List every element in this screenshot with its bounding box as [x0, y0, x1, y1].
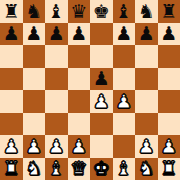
square-b5[interactable] [23, 68, 46, 91]
square-f8[interactable]: ♝ [113, 0, 136, 23]
white-knight[interactable]: ♞ [25, 159, 42, 178]
square-a5[interactable] [0, 68, 23, 91]
square-d4[interactable] [68, 90, 91, 113]
white-pawn[interactable]: ♟ [70, 137, 87, 156]
black-pawn[interactable]: ♟ [138, 24, 155, 43]
square-c1[interactable]: ♝ [45, 158, 68, 181]
square-h2[interactable]: ♟ [158, 135, 181, 158]
square-d2[interactable]: ♟ [68, 135, 91, 158]
square-c7[interactable]: ♟ [45, 23, 68, 46]
white-king[interactable]: ♚ [93, 159, 110, 178]
square-g1[interactable]: ♞ [135, 158, 158, 181]
black-pawn[interactable]: ♟ [70, 24, 87, 43]
white-pawn[interactable]: ♟ [93, 92, 110, 111]
square-d1[interactable]: ♛ [68, 158, 91, 181]
square-h6[interactable] [158, 45, 181, 68]
square-f7[interactable]: ♟ [113, 23, 136, 46]
square-d7[interactable]: ♟ [68, 23, 91, 46]
square-g6[interactable] [135, 45, 158, 68]
black-knight[interactable]: ♞ [138, 2, 155, 21]
square-d5[interactable] [68, 68, 91, 91]
square-a4[interactable] [0, 90, 23, 113]
square-d3[interactable] [68, 113, 91, 136]
square-b8[interactable]: ♞ [23, 0, 46, 23]
square-a3[interactable] [0, 113, 23, 136]
square-c4[interactable] [45, 90, 68, 113]
square-h8[interactable]: ♜ [158, 0, 181, 23]
white-pawn[interactable]: ♟ [138, 137, 155, 156]
square-b2[interactable]: ♟ [23, 135, 46, 158]
white-pawn[interactable]: ♟ [3, 137, 20, 156]
square-g7[interactable]: ♟ [135, 23, 158, 46]
square-f1[interactable]: ♝ [113, 158, 136, 181]
square-a8[interactable]: ♜ [0, 0, 23, 23]
square-b4[interactable] [23, 90, 46, 113]
white-knight[interactable]: ♞ [138, 159, 155, 178]
square-b6[interactable] [23, 45, 46, 68]
black-bishop[interactable]: ♝ [48, 2, 65, 21]
black-knight[interactable]: ♞ [25, 2, 42, 21]
black-pawn[interactable]: ♟ [93, 69, 110, 88]
square-h7[interactable]: ♟ [158, 23, 181, 46]
square-h4[interactable] [158, 90, 181, 113]
black-bishop[interactable]: ♝ [115, 2, 132, 21]
square-f3[interactable] [113, 113, 136, 136]
square-h5[interactable] [158, 68, 181, 91]
white-rook[interactable]: ♜ [3, 159, 20, 178]
square-e7[interactable] [90, 23, 113, 46]
square-e5[interactable]: ♟ [90, 68, 113, 91]
square-e4[interactable]: ♟ [90, 90, 113, 113]
square-c6[interactable] [45, 45, 68, 68]
square-b3[interactable] [23, 113, 46, 136]
square-b1[interactable]: ♞ [23, 158, 46, 181]
square-c5[interactable] [45, 68, 68, 91]
square-a7[interactable]: ♟ [0, 23, 23, 46]
square-e6[interactable] [90, 45, 113, 68]
black-pawn[interactable]: ♟ [115, 24, 132, 43]
square-c2[interactable]: ♟ [45, 135, 68, 158]
square-e8[interactable]: ♚ [90, 0, 113, 23]
square-d8[interactable]: ♛ [68, 0, 91, 23]
square-f6[interactable] [113, 45, 136, 68]
black-queen[interactable]: ♛ [70, 2, 87, 21]
square-g5[interactable] [135, 68, 158, 91]
square-g8[interactable]: ♞ [135, 0, 158, 23]
square-f2[interactable] [113, 135, 136, 158]
chess-board: ♜♞♝♛♚♝♞♜♟♟♟♟♟♟♟♟♟♟♟♟♟♟♟♟♜♞♝♛♚♝♞♜ [0, 0, 180, 180]
white-pawn[interactable]: ♟ [160, 137, 177, 156]
square-b7[interactable]: ♟ [23, 23, 46, 46]
white-bishop[interactable]: ♝ [48, 159, 65, 178]
white-pawn[interactable]: ♟ [25, 137, 42, 156]
white-pawn[interactable]: ♟ [48, 137, 65, 156]
square-g2[interactable]: ♟ [135, 135, 158, 158]
square-e2[interactable] [90, 135, 113, 158]
square-h1[interactable]: ♜ [158, 158, 181, 181]
white-bishop[interactable]: ♝ [115, 159, 132, 178]
white-rook[interactable]: ♜ [160, 159, 177, 178]
square-e1[interactable]: ♚ [90, 158, 113, 181]
black-pawn[interactable]: ♟ [3, 24, 20, 43]
square-d6[interactable] [68, 45, 91, 68]
black-pawn[interactable]: ♟ [160, 24, 177, 43]
square-a2[interactable]: ♟ [0, 135, 23, 158]
square-g3[interactable] [135, 113, 158, 136]
white-pawn[interactable]: ♟ [115, 92, 132, 111]
square-h3[interactable] [158, 113, 181, 136]
square-c3[interactable] [45, 113, 68, 136]
square-f5[interactable] [113, 68, 136, 91]
square-a6[interactable] [0, 45, 23, 68]
white-queen[interactable]: ♛ [70, 159, 87, 178]
square-e3[interactable] [90, 113, 113, 136]
black-rook[interactable]: ♜ [3, 2, 20, 21]
black-pawn[interactable]: ♟ [48, 24, 65, 43]
black-king[interactable]: ♚ [93, 2, 110, 21]
square-g4[interactable] [135, 90, 158, 113]
square-f4[interactable]: ♟ [113, 90, 136, 113]
square-c8[interactable]: ♝ [45, 0, 68, 23]
black-pawn[interactable]: ♟ [25, 24, 42, 43]
square-a1[interactable]: ♜ [0, 158, 23, 181]
black-rook[interactable]: ♜ [160, 2, 177, 21]
